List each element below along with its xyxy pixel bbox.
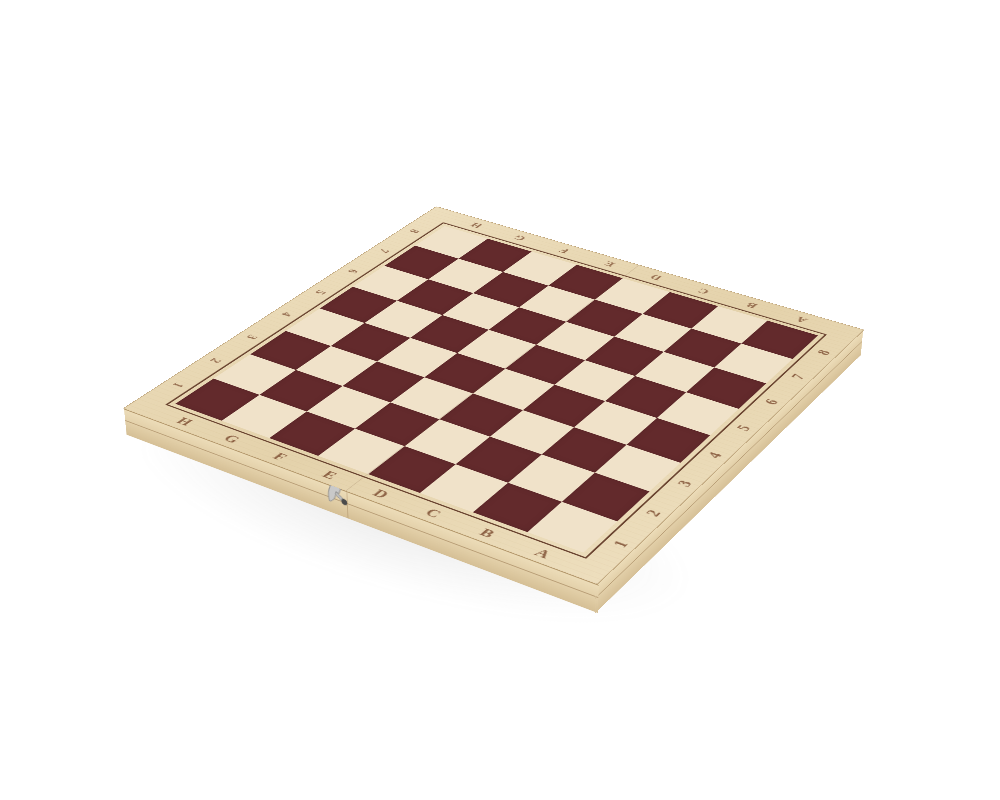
latch-screw: [341, 498, 347, 506]
product-photo-canvas: HGFEDCBA HGFEDCBA 87654321 87654321: [0, 0, 1000, 800]
